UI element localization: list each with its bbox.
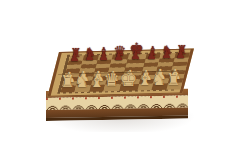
piece-white-rook: ♜ xyxy=(166,72,180,88)
piece-white-bishop: ♝ xyxy=(138,72,152,88)
square-h1: ♜ xyxy=(166,83,182,90)
piece-black-pawn: ♟ xyxy=(70,52,80,63)
square-e1: ♚ xyxy=(120,84,140,91)
piece-white-knight: ♞ xyxy=(75,74,89,90)
piece-white-queen: ♛ xyxy=(103,71,119,89)
piece-white-bishop: ♝ xyxy=(89,74,103,90)
piece-white-knight: ♞ xyxy=(152,72,166,88)
piece-black-pawn: ♟ xyxy=(84,51,94,62)
piece-black-pawn: ♟ xyxy=(114,51,124,62)
piece-white-rook: ♜ xyxy=(60,74,74,90)
piece-black-pawn: ♟ xyxy=(161,49,171,60)
product-photo: ♜♞♝♛♚♝♞♜♟♟♟♟♟♟♟♟♟♟♟♟♟♟♟♟♜♞♝♛♚♝♞♜ xyxy=(0,0,240,150)
piece-black-pawn: ♟ xyxy=(176,49,186,60)
chess-board: ♜♞♝♛♚♝♞♜♟♟♟♟♟♟♟♟♟♟♟♟♟♟♟♟♜♞♝♛♚♝♞♜ xyxy=(47,48,194,96)
piece-black-pawn: ♟ xyxy=(131,50,141,61)
piece-black-pawn: ♟ xyxy=(98,51,108,62)
piece-black-pawn: ♟ xyxy=(147,50,157,61)
